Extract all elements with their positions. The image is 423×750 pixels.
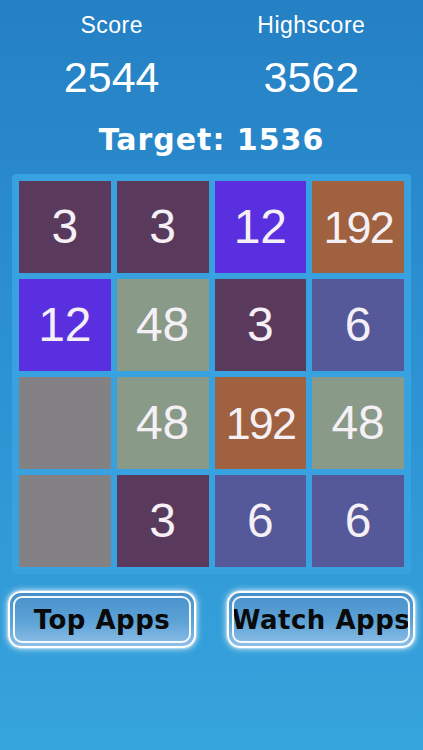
tile-12-r2c1: 12 <box>19 279 111 371</box>
empty-cell-r3c1 <box>19 377 111 469</box>
watch-apps-button-label: Watch Apps <box>232 605 411 635</box>
highscore-label: Highscore <box>230 12 393 39</box>
top-apps-button[interactable]: Top Apps <box>8 591 196 648</box>
highscore-value: 3562 <box>230 53 393 102</box>
top-apps-button-label: Top Apps <box>34 605 171 635</box>
tile-3-r1c1: 3 <box>19 181 111 273</box>
tile-48-r3c4: 48 <box>312 377 404 469</box>
empty-cell-r4c1 <box>19 475 111 567</box>
score-block: Score 2544 <box>30 12 193 102</box>
target-text: Target: 1536 <box>0 122 423 157</box>
watch-apps-button[interactable]: Watch Apps <box>227 591 415 648</box>
tile-12-r1c3: 12 <box>215 181 307 273</box>
tile-6-r2c4: 6 <box>312 279 404 371</box>
tile-48-r3c2: 48 <box>117 377 209 469</box>
tile-6-r4c3: 6 <box>215 475 307 567</box>
score-label: Score <box>30 12 193 39</box>
tile-192-r1c4: 192 <box>312 181 404 273</box>
game-board[interactable]: 33121921248364819248366 <box>12 174 411 574</box>
tile-3-r4c2: 3 <box>117 475 209 567</box>
tile-192-r3c3: 192 <box>215 377 307 469</box>
tile-3-r2c3: 3 <box>215 279 307 371</box>
tile-6-r4c4: 6 <box>312 475 404 567</box>
score-header: Score 2544 Highscore 3562 <box>0 0 423 102</box>
tile-3-r1c2: 3 <box>117 181 209 273</box>
button-row: Top Apps Watch Apps <box>0 591 423 648</box>
score-value: 2544 <box>30 53 193 102</box>
tile-48-r2c2: 48 <box>117 279 209 371</box>
highscore-block: Highscore 3562 <box>230 12 393 102</box>
